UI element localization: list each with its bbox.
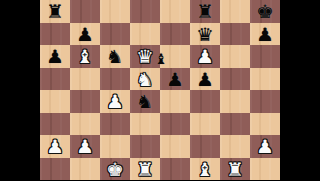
square-d5[interactable]: ♞ [130, 68, 160, 91]
square-d1[interactable]: ♜ [130, 158, 160, 181]
piece-white-bishop: ♝ [70, 46, 100, 67]
square-b4[interactable] [70, 90, 100, 113]
square-h5[interactable] [250, 68, 280, 91]
square-c7[interactable] [100, 23, 130, 46]
square-c8[interactable] [100, 0, 130, 23]
square-h4[interactable] [250, 90, 280, 113]
square-h3[interactable] [250, 113, 280, 136]
square-e7[interactable] [160, 23, 190, 46]
square-d2[interactable] [130, 135, 160, 158]
square-g5[interactable] [220, 68, 250, 91]
square-c3[interactable] [100, 113, 130, 136]
piece-white-knight: ♞ [130, 69, 160, 90]
square-g6[interactable] [220, 45, 250, 68]
square-f5[interactable]: ♟ [190, 68, 220, 91]
square-d8[interactable] [130, 0, 160, 23]
square-b6[interactable]: ♝ [70, 45, 100, 68]
piece-black-pawn: ♟ [40, 46, 70, 67]
square-e2[interactable] [160, 135, 190, 158]
piece-black-knight: ♞ [100, 46, 130, 67]
square-b3[interactable] [70, 113, 100, 136]
square-f7[interactable]: ♛ [190, 23, 220, 46]
square-e1[interactable] [160, 158, 190, 181]
square-b1[interactable] [70, 158, 100, 181]
piece-white-pawn: ♟ [250, 136, 280, 157]
square-g8[interactable] [220, 0, 250, 23]
pillarbox-left [0, 0, 40, 180]
pillarbox-right [280, 0, 320, 180]
square-b7[interactable]: ♟ [70, 23, 100, 46]
square-c2[interactable] [100, 135, 130, 158]
square-c6[interactable]: ♞ [100, 45, 130, 68]
square-g4[interactable] [220, 90, 250, 113]
square-h1[interactable] [250, 158, 280, 181]
square-g3[interactable] [220, 113, 250, 136]
piece-white-pawn: ♟ [40, 136, 70, 157]
square-a6[interactable]: ♟ [40, 45, 70, 68]
square-f8[interactable]: ♜ [190, 0, 220, 23]
square-b2[interactable]: ♟ [70, 135, 100, 158]
piece-white-pawn: ♟ [70, 136, 100, 157]
square-h8[interactable]: ♚ [250, 0, 280, 23]
square-c1[interactable]: ♚ [100, 158, 130, 181]
square-a1[interactable] [40, 158, 70, 181]
piece-black-king: ♚ [250, 1, 280, 22]
square-h2[interactable]: ♟ [250, 135, 280, 158]
square-e6[interactable]: ♝ [160, 45, 190, 68]
square-f4[interactable] [190, 90, 220, 113]
square-a4[interactable] [40, 90, 70, 113]
square-e5[interactable]: ♟ [160, 68, 190, 91]
square-f2[interactable] [190, 135, 220, 158]
square-f6[interactable]: ♟ [190, 45, 220, 68]
video-frame: ♜♜♚♟♛♟♟♝♞♛♝♟♞♟♟♟♞♟♟♟♚♜♝♜ [0, 0, 320, 180]
piece-white-king: ♚ [100, 159, 130, 180]
square-a5[interactable] [40, 68, 70, 91]
piece-black-rook: ♜ [40, 1, 70, 22]
piece-black-pawn: ♟ [70, 24, 100, 45]
square-e4[interactable] [160, 90, 190, 113]
square-f1[interactable]: ♝ [190, 158, 220, 181]
square-a7[interactable] [40, 23, 70, 46]
square-g1[interactable]: ♜ [220, 158, 250, 181]
piece-black-knight: ♞ [130, 91, 160, 112]
square-d6[interactable]: ♛ [130, 45, 160, 68]
piece-white-pawn: ♟ [190, 46, 220, 67]
piece-black-rook: ♜ [190, 1, 220, 22]
square-d7[interactable] [130, 23, 160, 46]
square-b8[interactable] [70, 0, 100, 23]
piece-black-queen: ♛ [190, 24, 220, 45]
square-d3[interactable] [130, 113, 160, 136]
square-f3[interactable] [190, 113, 220, 136]
piece-white-pawn: ♟ [100, 91, 130, 112]
piece-black-pawn: ♟ [160, 69, 190, 90]
square-e8[interactable] [160, 0, 190, 23]
piece-white-rook: ♜ [220, 159, 250, 180]
piece-black-pawn: ♟ [190, 69, 220, 90]
square-g7[interactable] [220, 23, 250, 46]
chess-board: ♜♜♚♟♛♟♟♝♞♛♝♟♞♟♟♟♞♟♟♟♚♜♝♜ [40, 0, 280, 180]
square-h7[interactable]: ♟ [250, 23, 280, 46]
square-a3[interactable] [40, 113, 70, 136]
square-e3[interactable] [160, 113, 190, 136]
piece-white-rook: ♜ [130, 159, 160, 180]
square-a2[interactable]: ♟ [40, 135, 70, 158]
square-c5[interactable] [100, 68, 130, 91]
square-h6[interactable] [250, 45, 280, 68]
square-b5[interactable] [70, 68, 100, 91]
piece-white-bishop: ♝ [190, 159, 220, 180]
square-g2[interactable] [220, 135, 250, 158]
piece-white-queen: ♛ [130, 46, 160, 67]
square-d4[interactable]: ♞ [130, 90, 160, 113]
square-c4[interactable]: ♟ [100, 90, 130, 113]
square-a8[interactable]: ♜ [40, 0, 70, 23]
piece-black-pawn: ♟ [250, 24, 280, 45]
